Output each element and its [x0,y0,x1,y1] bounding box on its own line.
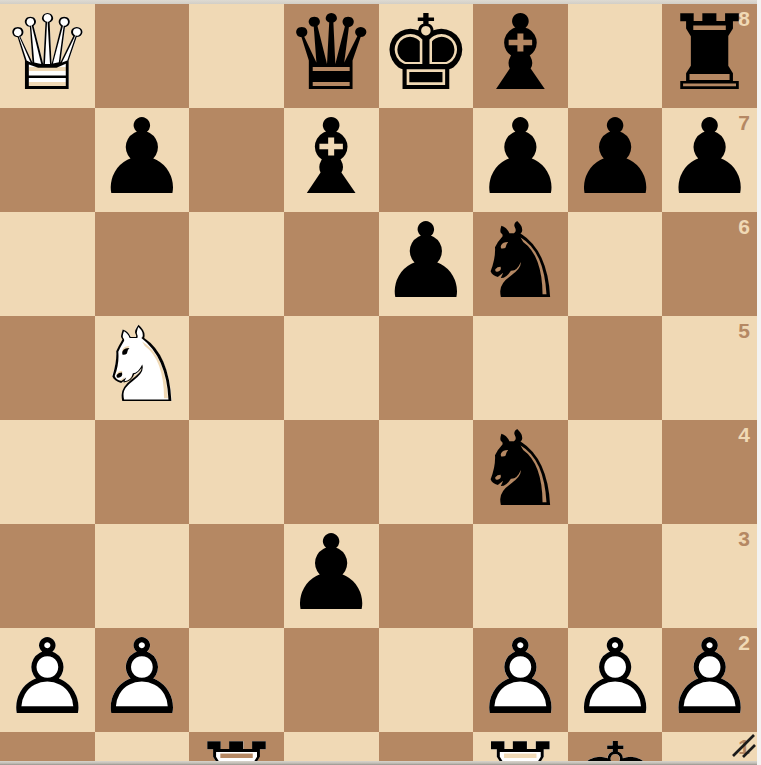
square-e3[interactable] [379,524,474,628]
piece-outline-layer: ♙ [1,625,94,729]
square-d5[interactable] [284,316,379,420]
piece-black-pawn[interactable]: ♟ [285,521,378,625]
piece-black-knight[interactable]: ♞ [474,417,567,521]
piece-black-queen[interactable]: ♛ [285,1,378,105]
piece-outline-layer: ♙ [663,625,756,729]
square-a7[interactable] [0,108,95,212]
square-b8[interactable] [95,4,190,108]
piece-white-pawn[interactable]: ♟♙ [1,625,94,729]
square-h3[interactable]: 3 [662,524,757,628]
square-e8[interactable]: ♚ [379,4,474,108]
square-a2[interactable]: ♟♙ [0,628,95,732]
square-e4[interactable] [379,420,474,524]
piece-white-king[interactable]: ♚♔ [568,729,661,765]
square-h4[interactable]: 4 [662,420,757,524]
piece-black-pawn[interactable]: ♟ [568,105,661,209]
piece-outline-layer: ♙ [568,625,661,729]
square-b4[interactable] [95,420,190,524]
piece-black-pawn[interactable]: ♟ [379,209,472,313]
piece-black-bishop[interactable]: ♝ [285,105,378,209]
square-d7[interactable]: ♝ [284,108,379,212]
rank-label-4: 4 [738,424,750,445]
square-f5[interactable] [473,316,568,420]
piece-white-queen[interactable]: ♛♕ [1,1,94,105]
piece-black-pawn[interactable]: ♟ [474,105,567,209]
square-h5[interactable]: 5 [662,316,757,420]
square-f4[interactable]: ♞ [473,420,568,524]
square-c8[interactable] [189,4,284,108]
piece-outline-layer: ♔ [568,729,661,765]
piece-outline-layer: ♙ [474,625,567,729]
rank-label-5: 5 [738,320,750,341]
piece-white-rook[interactable]: ♜♖ [190,729,283,765]
square-d2[interactable] [284,628,379,732]
square-a6[interactable] [0,212,95,316]
bottom-strip [0,761,757,765]
square-f8[interactable]: ♝ [473,4,568,108]
piece-outline-layer: ♖ [474,729,567,765]
resize-grip-icon[interactable] [725,727,757,759]
square-c7[interactable] [189,108,284,212]
piece-outline-layer: ♕ [1,1,94,105]
piece-outline-layer: ♖ [190,729,283,765]
square-a4[interactable] [0,420,95,524]
square-e6[interactable]: ♟ [379,212,474,316]
square-d6[interactable] [284,212,379,316]
square-f2[interactable]: ♟♙ [473,628,568,732]
square-f7[interactable]: ♟ [473,108,568,212]
piece-black-pawn[interactable]: ♟ [663,105,756,209]
square-g7[interactable]: ♟ [568,108,663,212]
square-c6[interactable] [189,212,284,316]
piece-outline-layer: ♙ [95,625,188,729]
chess-board[interactable]: ♛♕♛♚♝♜8♟♝♟♟♟7♟♞6♞♘5♞4♟3♟♙♟♙♟♙♟♙♟♙2ab♜♖cd… [0,4,757,761]
square-b6[interactable] [95,212,190,316]
square-b2[interactable]: ♟♙ [95,628,190,732]
rank-label-6: 6 [738,216,750,237]
piece-white-pawn[interactable]: ♟♙ [568,625,661,729]
piece-black-bishop[interactable]: ♝ [474,1,567,105]
square-h2[interactable]: ♟♙2 [662,628,757,732]
square-g8[interactable] [568,4,663,108]
piece-white-pawn[interactable]: ♟♙ [474,625,567,729]
square-d8[interactable]: ♛ [284,4,379,108]
square-f3[interactable] [473,524,568,628]
square-a5[interactable] [0,316,95,420]
square-e7[interactable] [379,108,474,212]
square-e2[interactable] [379,628,474,732]
piece-white-rook[interactable]: ♜♖ [474,729,567,765]
piece-white-pawn[interactable]: ♟♙ [663,625,756,729]
piece-white-pawn[interactable]: ♟♙ [95,625,188,729]
square-h6[interactable]: 6 [662,212,757,316]
square-a3[interactable] [0,524,95,628]
square-d3[interactable]: ♟ [284,524,379,628]
right-strip [757,0,761,765]
square-g6[interactable] [568,212,663,316]
piece-outline-layer: ♘ [95,313,188,417]
piece-black-pawn[interactable]: ♟ [95,105,188,209]
square-h7[interactable]: ♟7 [662,108,757,212]
square-d4[interactable] [284,420,379,524]
square-a8[interactable]: ♛♕ [0,4,95,108]
square-h8[interactable]: ♜8 [662,4,757,108]
square-c4[interactable] [189,420,284,524]
square-b3[interactable] [95,524,190,628]
square-g4[interactable] [568,420,663,524]
piece-black-king[interactable]: ♚ [379,1,472,105]
piece-black-knight[interactable]: ♞ [474,209,567,313]
piece-black-rook[interactable]: ♜ [663,1,756,105]
square-e5[interactable] [379,316,474,420]
square-f6[interactable]: ♞ [473,212,568,316]
square-g5[interactable] [568,316,663,420]
square-g2[interactable]: ♟♙ [568,628,663,732]
square-b5[interactable]: ♞♘ [95,316,190,420]
square-c2[interactable] [189,628,284,732]
square-c5[interactable] [189,316,284,420]
square-b7[interactable]: ♟ [95,108,190,212]
chess-board-widget: ♛♕♛♚♝♜8♟♝♟♟♟7♟♞6♞♘5♞4♟3♟♙♟♙♟♙♟♙♟♙2ab♜♖cd… [0,0,761,765]
square-g3[interactable] [568,524,663,628]
square-c3[interactable] [189,524,284,628]
piece-white-knight[interactable]: ♞♘ [95,313,188,417]
rank-label-3: 3 [738,528,750,549]
